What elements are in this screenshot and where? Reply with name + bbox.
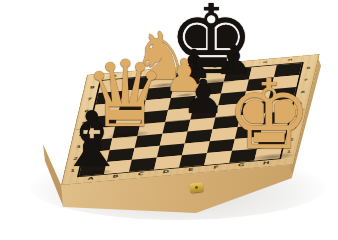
chessboard-photo-scene: AABBCCDDEEFFGGHH8877665544332211 ♚♟♟♞♟♟♛… <box>0 0 338 240</box>
square-d1[interactable] <box>154 155 182 169</box>
file-label-front-c: C <box>128 171 154 177</box>
chess-board: AABBCCDDEEFFGGHH8877665544332211 ♚♟♟♞♟♟♛… <box>61 54 320 185</box>
file-label-front-d: D <box>153 169 179 175</box>
file-label-front-e: E <box>178 166 204 172</box>
black-bishop-glyph: ♝ <box>58 102 126 178</box>
square-c1[interactable] <box>129 158 157 172</box>
pieces-layer: ♚♟♟♞♟♟♛♝♚ <box>87 54 320 75</box>
white-king-glyph: ♚ <box>226 67 312 163</box>
black-pawn-glyph: ♟ <box>182 73 224 120</box>
brass-clasp <box>190 182 204 193</box>
square-e1[interactable] <box>179 153 207 167</box>
